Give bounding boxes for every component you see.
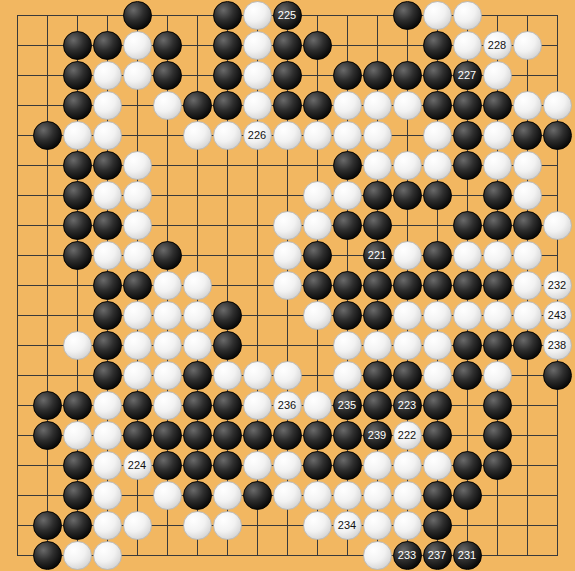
black-stone <box>333 151 362 180</box>
white-stone <box>153 481 182 510</box>
black-stone: 223 <box>393 391 422 420</box>
black-stone <box>183 391 212 420</box>
move-number-label: 222 <box>398 430 416 441</box>
white-stone <box>453 1 482 30</box>
white-stone <box>93 391 122 420</box>
black-stone <box>213 1 242 30</box>
white-stone <box>93 421 122 450</box>
black-stone <box>153 61 182 90</box>
black-stone <box>483 211 512 240</box>
white-stone <box>513 151 542 180</box>
black-stone <box>513 121 542 150</box>
white-stone <box>123 361 152 390</box>
black-stone <box>93 31 122 60</box>
black-stone <box>33 511 62 540</box>
black-stone <box>123 1 152 30</box>
black-stone <box>213 331 242 360</box>
black-stone <box>483 451 512 480</box>
black-stone <box>333 451 362 480</box>
black-stone <box>213 301 242 330</box>
black-stone <box>213 61 242 90</box>
black-stone <box>33 121 62 150</box>
black-stone <box>183 451 212 480</box>
white-stone: 234 <box>333 511 362 540</box>
black-stone <box>123 391 152 420</box>
white-stone <box>333 331 362 360</box>
move-number-label: 238 <box>548 340 566 351</box>
white-stone <box>63 541 92 570</box>
black-stone: 239 <box>363 421 392 450</box>
black-stone <box>453 271 482 300</box>
white-stone <box>513 181 542 210</box>
white-stone <box>363 481 392 510</box>
black-stone <box>423 31 452 60</box>
black-stone <box>63 241 92 270</box>
white-stone <box>93 241 122 270</box>
white-stone <box>483 301 512 330</box>
black-stone <box>363 211 392 240</box>
black-stone <box>423 241 452 270</box>
white-stone <box>363 451 392 480</box>
white-stone <box>363 511 392 540</box>
white-stone <box>273 361 302 390</box>
move-number-label: 235 <box>338 400 356 411</box>
white-stone <box>453 31 482 60</box>
move-number-label: 223 <box>398 400 416 411</box>
black-stone <box>153 421 182 450</box>
move-number-label: 234 <box>338 520 356 531</box>
black-stone <box>63 61 92 90</box>
white-stone <box>153 391 182 420</box>
black-stone <box>183 361 212 390</box>
white-stone <box>513 241 542 270</box>
white-stone <box>63 421 92 450</box>
black-stone <box>483 271 512 300</box>
move-number-label: 231 <box>458 550 476 561</box>
white-stone <box>123 61 152 90</box>
white-stone <box>213 511 242 540</box>
white-stone: 222 <box>393 421 422 450</box>
white-stone <box>393 91 422 120</box>
white-stone <box>483 61 512 90</box>
move-number-label: 239 <box>368 430 386 441</box>
white-stone: 226 <box>243 121 272 150</box>
white-stone <box>423 331 452 360</box>
white-stone <box>393 451 422 480</box>
black-stone <box>423 391 452 420</box>
move-number-label: 243 <box>548 310 566 321</box>
white-stone <box>243 31 272 60</box>
black-stone <box>543 361 572 390</box>
white-stone <box>63 121 92 150</box>
black-stone <box>333 301 362 330</box>
black-stone <box>453 121 482 150</box>
black-stone <box>423 271 452 300</box>
black-stone <box>213 91 242 120</box>
white-stone <box>153 361 182 390</box>
white-stone <box>393 151 422 180</box>
black-stone <box>63 31 92 60</box>
black-stone <box>363 301 392 330</box>
white-stone <box>243 91 272 120</box>
black-stone <box>213 421 242 450</box>
black-stone <box>63 151 92 180</box>
black-stone <box>243 481 272 510</box>
white-stone <box>183 121 212 150</box>
black-stone: 227 <box>453 61 482 90</box>
black-stone <box>63 391 92 420</box>
white-stone <box>303 121 332 150</box>
white-stone <box>303 391 332 420</box>
white-stone <box>543 91 572 120</box>
white-stone <box>363 151 392 180</box>
white-stone <box>93 61 122 90</box>
white-stone <box>123 31 152 60</box>
white-stone <box>423 361 452 390</box>
white-stone <box>333 91 362 120</box>
white-stone <box>183 331 212 360</box>
black-stone <box>303 451 332 480</box>
black-stone <box>333 211 362 240</box>
move-number-label: 233 <box>398 550 416 561</box>
black-stone <box>33 391 62 420</box>
black-stone <box>153 451 182 480</box>
black-stone <box>273 61 302 90</box>
black-stone <box>33 421 62 450</box>
white-stone <box>453 301 482 330</box>
white-stone <box>393 241 422 270</box>
black-stone <box>303 241 332 270</box>
white-stone <box>123 511 152 540</box>
white-stone <box>273 241 302 270</box>
black-stone <box>393 361 422 390</box>
white-stone <box>513 31 542 60</box>
move-number-label: 227 <box>458 70 476 81</box>
black-stone <box>363 61 392 90</box>
black-stone <box>183 481 212 510</box>
black-stone <box>393 1 422 30</box>
black-stone <box>423 421 452 450</box>
move-number-label: 225 <box>278 10 296 21</box>
white-stone <box>243 451 272 480</box>
white-stone <box>183 271 212 300</box>
white-stone <box>153 331 182 360</box>
white-stone <box>483 121 512 150</box>
black-stone <box>123 421 152 450</box>
black-stone <box>453 361 482 390</box>
black-stone <box>333 61 362 90</box>
black-stone <box>393 181 422 210</box>
white-stone <box>273 481 302 510</box>
black-stone <box>453 331 482 360</box>
black-stone <box>303 31 332 60</box>
white-stone <box>93 91 122 120</box>
white-stone <box>423 451 452 480</box>
white-stone <box>243 361 272 390</box>
black-stone <box>423 481 452 510</box>
white-stone <box>183 301 212 330</box>
black-stone <box>93 271 122 300</box>
black-stone <box>63 211 92 240</box>
black-stone <box>63 451 92 480</box>
white-stone <box>333 121 362 150</box>
black-stone <box>423 61 452 90</box>
black-stone <box>93 211 122 240</box>
black-stone <box>333 271 362 300</box>
white-stone <box>123 181 152 210</box>
white-stone <box>363 541 392 570</box>
white-stone <box>303 301 332 330</box>
white-stone <box>363 121 392 150</box>
black-stone <box>513 331 542 360</box>
white-stone: 232 <box>543 271 572 300</box>
black-stone <box>543 121 572 150</box>
white-stone <box>333 361 362 390</box>
move-number-label: 226 <box>248 130 266 141</box>
white-stone <box>333 181 362 210</box>
black-stone <box>363 181 392 210</box>
white-stone <box>93 451 122 480</box>
white-stone <box>363 331 392 360</box>
black-stone <box>423 181 452 210</box>
black-stone <box>483 421 512 450</box>
white-stone <box>333 481 362 510</box>
black-stone <box>423 91 452 120</box>
move-number-label: 237 <box>428 550 446 561</box>
white-stone <box>543 211 572 240</box>
white-stone <box>423 151 452 180</box>
white-stone <box>513 271 542 300</box>
white-stone <box>183 511 212 540</box>
black-stone: 225 <box>273 1 302 30</box>
white-stone <box>393 511 422 540</box>
white-stone <box>303 181 332 210</box>
move-number-label: 221 <box>368 250 386 261</box>
black-stone <box>363 391 392 420</box>
black-stone <box>333 421 362 450</box>
screen: 2252282272262212322432382362352232392222… <box>0 0 575 571</box>
move-number-label: 236 <box>278 400 296 411</box>
white-stone <box>123 151 152 180</box>
white-stone <box>153 271 182 300</box>
black-stone <box>303 91 332 120</box>
black-stone <box>303 271 332 300</box>
black-stone <box>183 421 212 450</box>
move-number-label: 228 <box>488 40 506 51</box>
black-stone <box>273 31 302 60</box>
white-stone <box>423 121 452 150</box>
white-stone <box>93 511 122 540</box>
white-stone <box>93 481 122 510</box>
white-stone <box>63 331 92 360</box>
black-stone <box>123 271 152 300</box>
black-stone <box>513 211 542 240</box>
black-stone <box>213 31 242 60</box>
white-stone <box>273 211 302 240</box>
white-stone <box>303 511 332 540</box>
black-stone <box>273 91 302 120</box>
white-stone <box>423 1 452 30</box>
white-stone <box>303 481 332 510</box>
black-stone <box>483 91 512 120</box>
black-stone <box>183 91 212 120</box>
white-stone <box>93 121 122 150</box>
white-stone <box>453 241 482 270</box>
black-stone <box>93 331 122 360</box>
white-stone <box>213 121 242 150</box>
white-stone <box>273 121 302 150</box>
black-stone <box>393 61 422 90</box>
white-stone <box>243 1 272 30</box>
black-stone <box>213 391 242 420</box>
white-stone: 238 <box>543 331 572 360</box>
white-stone <box>243 61 272 90</box>
white-stone <box>213 361 242 390</box>
black-stone <box>453 481 482 510</box>
black-stone <box>153 241 182 270</box>
black-stone: 231 <box>453 541 482 570</box>
black-stone <box>153 31 182 60</box>
white-stone <box>303 211 332 240</box>
white-stone <box>483 361 512 390</box>
white-stone <box>513 301 542 330</box>
white-stone <box>123 211 152 240</box>
black-stone <box>213 451 242 480</box>
black-stone: 235 <box>333 391 362 420</box>
white-stone <box>123 301 152 330</box>
white-stone <box>483 241 512 270</box>
black-stone <box>33 541 62 570</box>
white-stone <box>393 301 422 330</box>
white-stone <box>93 541 122 570</box>
white-stone <box>123 331 152 360</box>
black-stone: 221 <box>363 241 392 270</box>
white-stone <box>243 391 272 420</box>
black-stone <box>63 481 92 510</box>
black-stone <box>303 421 332 450</box>
move-number-label: 232 <box>548 280 566 291</box>
white-stone <box>123 241 152 270</box>
move-number-label: 224 <box>128 460 146 471</box>
white-stone <box>273 451 302 480</box>
white-stone <box>273 271 302 300</box>
black-stone <box>63 511 92 540</box>
black-stone: 233 <box>393 541 422 570</box>
black-stone <box>243 421 272 450</box>
white-stone <box>483 151 512 180</box>
black-stone <box>93 151 122 180</box>
black-stone <box>453 151 482 180</box>
white-stone: 224 <box>123 451 152 480</box>
white-stone <box>513 91 542 120</box>
black-stone <box>273 421 302 450</box>
black-stone <box>483 331 512 360</box>
white-stone: 243 <box>543 301 572 330</box>
white-stone <box>153 301 182 330</box>
black-stone <box>453 451 482 480</box>
black-stone <box>93 361 122 390</box>
white-stone <box>153 91 182 120</box>
black-stone <box>483 181 512 210</box>
black-stone <box>63 181 92 210</box>
white-stone: 228 <box>483 31 512 60</box>
white-stone <box>213 481 242 510</box>
white-stone <box>393 331 422 360</box>
black-stone <box>453 211 482 240</box>
go-board[interactable]: 2252282272262212322432382362352232392222… <box>0 0 575 571</box>
black-stone <box>423 511 452 540</box>
black-stone <box>363 271 392 300</box>
white-stone <box>363 91 392 120</box>
black-stone: 237 <box>423 541 452 570</box>
black-stone <box>363 361 392 390</box>
white-stone: 236 <box>273 391 302 420</box>
black-stone <box>93 301 122 330</box>
black-stone <box>393 271 422 300</box>
black-stone <box>63 91 92 120</box>
white-stone <box>93 181 122 210</box>
black-stone <box>483 391 512 420</box>
white-stone <box>423 301 452 330</box>
black-stone <box>453 91 482 120</box>
white-stone <box>393 481 422 510</box>
